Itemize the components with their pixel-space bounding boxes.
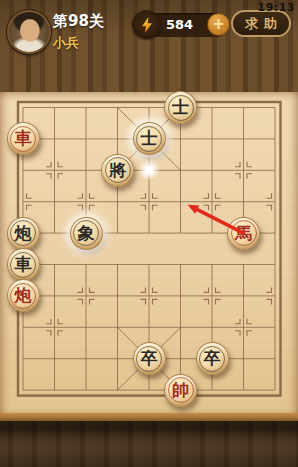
pieces-layer: 士車士將炮象馬車炮卒卒帥 (0, 92, 298, 413)
level-block: 第98关 小兵 (53, 12, 104, 52)
piece-red-車[interactable]: 車 (7, 122, 40, 155)
status-clock: 19:13 (257, 1, 295, 14)
piece-black-炮[interactable]: 炮 (7, 217, 40, 250)
piece-black-士[interactable]: 士 (133, 122, 166, 155)
piece-glyph: 車 (15, 256, 32, 273)
energy-pill: 584 + (135, 13, 228, 37)
piece-glyph: 馬 (235, 225, 252, 242)
plus-icon: + (212, 17, 225, 32)
board-edge-bevel (0, 413, 298, 421)
piece-red-馬[interactable]: 馬 (227, 217, 260, 250)
header: 第98关 小兵 584 + 求助 (0, 0, 298, 92)
piece-glyph: 炮 (15, 287, 32, 304)
piece-glyph: 士 (141, 130, 158, 147)
piece-red-炮[interactable]: 炮 (7, 279, 40, 312)
piece-black-卒[interactable]: 卒 (196, 342, 229, 375)
piece-glyph: 卒 (141, 350, 158, 367)
piece-glyph: 士 (172, 99, 189, 116)
app-screen: 19:13 第98关 小兵 584 + 求助 (0, 0, 298, 467)
piece-black-將[interactable]: 將 (101, 154, 134, 187)
piece-glyph: 炮 (15, 225, 32, 242)
level-title: 第98关 (53, 12, 104, 31)
piece-glyph: 帥 (172, 382, 189, 399)
piece-black-卒[interactable]: 卒 (133, 342, 166, 375)
piece-glyph: 將 (109, 162, 126, 179)
piece-glyph: 卒 (204, 350, 221, 367)
energy-value: 584 (166, 17, 193, 32)
xiangqi-board[interactable]: 士車士將炮象馬車炮卒卒帥 (0, 92, 298, 413)
table-surface (0, 421, 298, 467)
avatar[interactable] (7, 10, 51, 54)
piece-glyph: 象 (78, 225, 95, 242)
piece-red-帥[interactable]: 帥 (164, 374, 197, 407)
level-subtitle: 小兵 (53, 34, 104, 52)
lightning-icon (132, 10, 161, 39)
piece-black-車[interactable]: 車 (7, 248, 40, 281)
add-energy-button[interactable]: + (207, 13, 230, 36)
help-button-label: 求助 (245, 15, 283, 33)
piece-black-士[interactable]: 士 (164, 91, 197, 124)
piece-black-象[interactable]: 象 (70, 217, 103, 250)
avatar-face-image (9, 12, 49, 52)
help-button[interactable]: 求助 (231, 10, 291, 37)
piece-glyph: 車 (15, 130, 32, 147)
